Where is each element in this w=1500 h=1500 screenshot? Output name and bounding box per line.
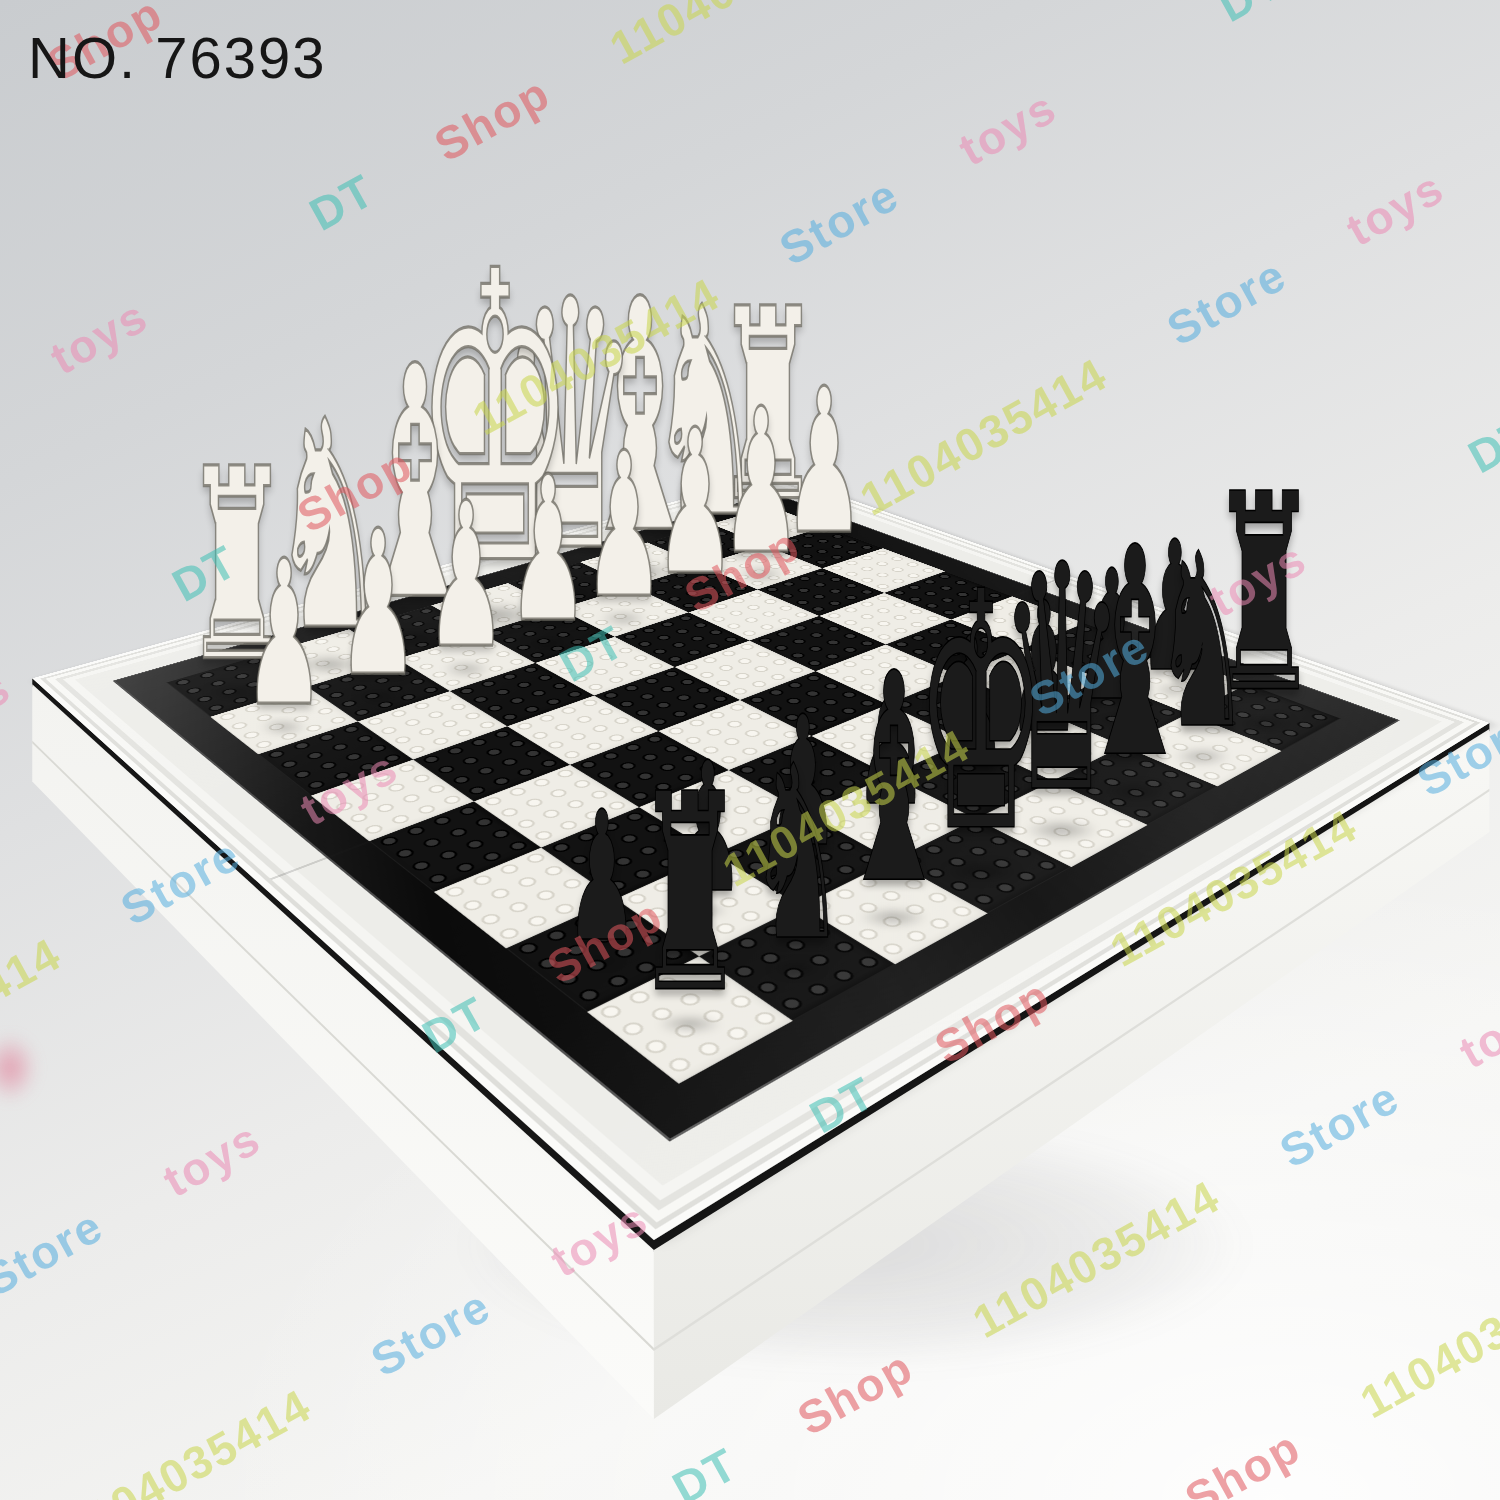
pink-smudge [0, 1020, 48, 1116]
product-number: NO. 76393 [28, 24, 327, 91]
